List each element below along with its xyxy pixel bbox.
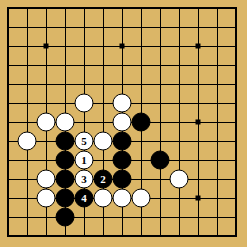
stone-white	[37, 170, 56, 189]
stone-white	[113, 113, 132, 132]
stone-black	[56, 189, 75, 208]
stone-white-move-5: 5	[75, 132, 94, 151]
move-number-label: 3	[81, 174, 87, 185]
stone-white-move-1: 1	[75, 151, 94, 170]
stone-black	[56, 170, 75, 189]
stone-black	[151, 151, 170, 170]
star-point	[120, 44, 125, 49]
stone-black	[56, 151, 75, 170]
move-number-label: 5	[81, 136, 87, 147]
stone-black	[113, 132, 132, 151]
stone-black	[113, 170, 132, 189]
stone-white	[94, 132, 113, 151]
star-point	[196, 120, 201, 125]
move-number-label: 4	[81, 193, 87, 204]
stone-black-move-2: 2	[94, 170, 113, 189]
star-point	[196, 44, 201, 49]
stone-white	[132, 189, 151, 208]
stone-black	[56, 208, 75, 227]
stone-white	[113, 189, 132, 208]
stone-black-move-4: 4	[75, 189, 94, 208]
stone-white	[18, 132, 37, 151]
stone-white-move-3: 3	[75, 170, 94, 189]
go-diagram: 51324	[0, 0, 247, 247]
stone-white	[56, 113, 75, 132]
stone-white	[37, 189, 56, 208]
stone-black	[56, 132, 75, 151]
stone-white	[75, 94, 94, 113]
stone-black	[113, 151, 132, 170]
go-board: 51324	[0, 0, 247, 247]
move-number-label: 1	[81, 155, 87, 166]
stone-white	[94, 189, 113, 208]
star-point	[44, 44, 49, 49]
move-number-label: 2	[100, 174, 106, 185]
stone-white	[37, 113, 56, 132]
star-point	[196, 196, 201, 201]
stone-black	[132, 113, 151, 132]
stone-white	[170, 170, 189, 189]
stone-white	[113, 94, 132, 113]
